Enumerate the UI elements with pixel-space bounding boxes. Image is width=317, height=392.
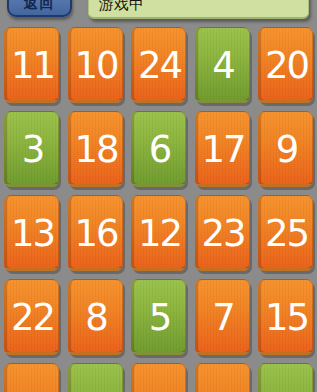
tile-number: 6 <box>149 128 171 171</box>
tile-number: 5 <box>149 296 171 339</box>
tile-3[interactable]: 3 <box>4 111 59 187</box>
tile-11[interactable]: 11 <box>4 27 59 103</box>
tile-number: 7 <box>212 296 234 339</box>
tile-number: 8 <box>85 296 107 339</box>
tile-18[interactable]: 18 <box>68 111 123 187</box>
board: 111024420318617913161223252285715 <box>4 27 313 392</box>
tile-number: 25 <box>265 212 308 255</box>
tile-22[interactable]: 22 <box>4 279 59 355</box>
tile-23[interactable]: 23 <box>195 195 250 271</box>
tile-number: 16 <box>74 212 117 255</box>
tile-number: 22 <box>11 296 54 339</box>
tile-13[interactable]: 13 <box>4 195 59 271</box>
tile-hidden[interactable] <box>68 363 123 392</box>
tile-number: 17 <box>201 128 244 171</box>
tile-12[interactable]: 12 <box>131 195 186 271</box>
tile-hidden[interactable] <box>258 363 313 392</box>
back-button[interactable]: 返回 <box>7 0 72 17</box>
tile-number: 11 <box>11 44 54 87</box>
tile-number: 18 <box>74 128 117 171</box>
status-panel: 游戏中 <box>88 0 309 19</box>
tile-number: 10 <box>74 44 117 87</box>
tile-24[interactable]: 24 <box>131 27 186 103</box>
tile-hidden[interactable] <box>195 363 250 392</box>
tile-number: 4 <box>212 44 234 87</box>
tile-9[interactable]: 9 <box>258 111 313 187</box>
tile-8[interactable]: 8 <box>68 279 123 355</box>
tile-6[interactable]: 6 <box>131 111 186 187</box>
tile-20[interactable]: 20 <box>258 27 313 103</box>
game-screen: 返回 游戏中 111024420318617913161223252285715 <box>0 0 317 392</box>
tile-number: 20 <box>265 44 308 87</box>
tile-10[interactable]: 10 <box>68 27 123 103</box>
back-button-label: 返回 <box>24 0 56 13</box>
tile-15[interactable]: 15 <box>258 279 313 355</box>
tile-17[interactable]: 17 <box>195 111 250 187</box>
tile-25[interactable]: 25 <box>258 195 313 271</box>
tile-hidden[interactable] <box>4 363 59 392</box>
tile-number: 13 <box>11 212 54 255</box>
tile-16[interactable]: 16 <box>68 195 123 271</box>
tile-hidden[interactable] <box>131 363 186 392</box>
tile-number: 24 <box>138 44 181 87</box>
tile-number: 23 <box>201 212 244 255</box>
tile-number: 12 <box>138 212 181 255</box>
tile-number: 15 <box>265 296 308 339</box>
tile-number: 9 <box>276 128 298 171</box>
tile-7[interactable]: 7 <box>195 279 250 355</box>
status-label: 游戏中 <box>99 0 144 14</box>
tile-4[interactable]: 4 <box>195 27 250 103</box>
tile-5[interactable]: 5 <box>131 279 186 355</box>
tile-number: 3 <box>22 128 44 171</box>
